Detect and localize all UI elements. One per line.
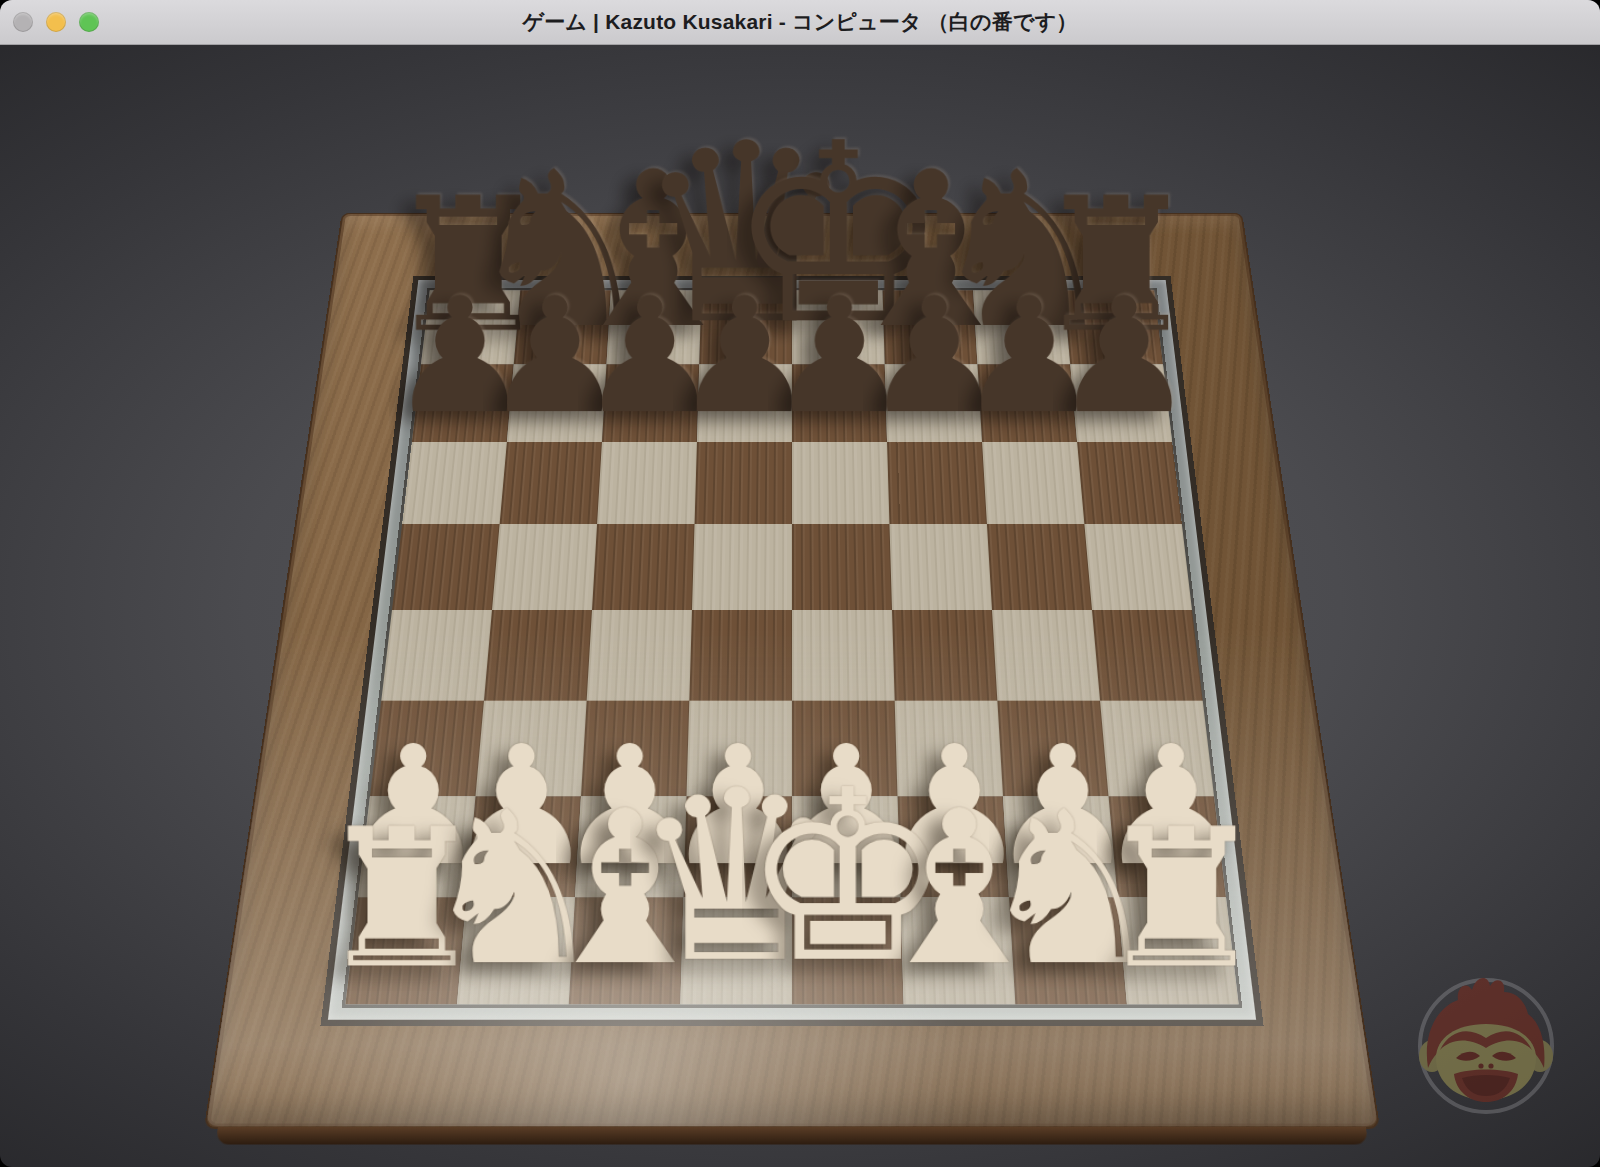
square-e6[interactable] [792,442,889,524]
square-g5[interactable] [987,524,1092,610]
piece-white-rook[interactable]: ♜ [1096,804,1268,996]
square-a6[interactable] [402,442,507,524]
square-f6[interactable] [887,442,987,524]
square-h6[interactable] [1077,442,1182,524]
window-title: ゲーム | Kazuto Kusakari - コンピュータ （白の番です） [522,8,1077,36]
square-d6[interactable] [695,442,792,524]
square-e4[interactable] [792,610,895,701]
square-g6[interactable] [982,442,1084,524]
close-button[interactable] [13,12,33,32]
square-h7[interactable]: ♟ [1070,364,1172,442]
square-h4[interactable] [1092,610,1203,701]
board-grid: ♜♞♝♛♚♝♞♜♟♟♟♟♟♟♟♟♟♟♟♟♟♟♟♟♜♞♝♛♚♝♞♜ [345,290,1238,1004]
square-e5[interactable] [792,524,892,610]
monkey-logo-watermark [1406,966,1566,1126]
square-f4[interactable] [892,610,997,701]
square-f5[interactable] [889,524,992,610]
square-a5[interactable] [392,524,500,610]
traffic-lights [13,12,99,32]
square-c5[interactable] [592,524,695,610]
square-b4[interactable] [484,610,592,701]
square-d5[interactable] [692,524,792,610]
square-b6[interactable] [500,442,602,524]
chess-board: ♜♞♝♛♚♝♞♜♟♟♟♟♟♟♟♟♟♟♟♟♟♟♟♟♜♞♝♛♚♝♞♜ [204,213,1380,1130]
square-d4[interactable] [689,610,792,701]
board-glass-bezel: ♜♞♝♛♚♝♞♜♟♟♟♟♟♟♟♟♟♟♟♟♟♟♟♟♜♞♝♛♚♝♞♜ [320,276,1263,1027]
square-g4[interactable] [992,610,1100,701]
square-c6[interactable] [597,442,697,524]
square-h1[interactable]: ♜ [1117,897,1238,1004]
title-bar: ゲーム | Kazuto Kusakari - コンピュータ （白の番です） [0,0,1600,45]
square-a4[interactable] [381,610,492,701]
square-b5[interactable] [492,524,597,610]
zoom-button[interactable] [79,12,99,32]
square-c4[interactable] [587,610,692,701]
square-h5[interactable] [1084,524,1192,610]
minimize-button[interactable] [46,12,66,32]
piece-black-pawn[interactable]: ♟ [1053,276,1196,435]
chess-app-window: ゲーム | Kazuto Kusakari - コンピュータ （白の番です） ♜… [0,0,1600,1167]
scene: ♜♞♝♛♚♝♞♜♟♟♟♟♟♟♟♟♟♟♟♟♟♟♟♟♜♞♝♛♚♝♞♜ [0,44,1600,1167]
